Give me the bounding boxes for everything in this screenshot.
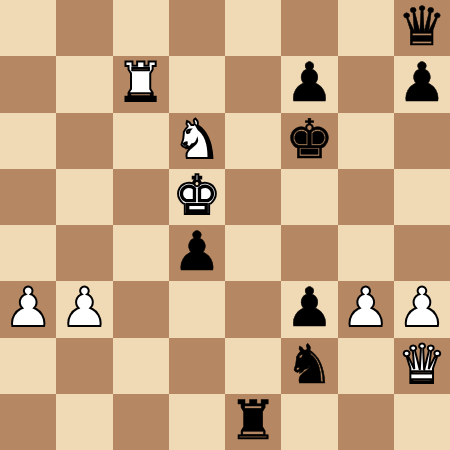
square-f2[interactable]: ♞	[281, 338, 337, 394]
square-g5[interactable]	[338, 169, 394, 225]
white-rook-piece: ♜	[116, 56, 164, 110]
square-c5[interactable]	[113, 169, 169, 225]
black-knight-piece: ♞	[285, 338, 333, 392]
square-e8[interactable]	[225, 0, 281, 56]
square-a1[interactable]	[0, 394, 56, 450]
square-h6[interactable]	[394, 113, 450, 169]
square-h4[interactable]	[394, 225, 450, 281]
square-a4[interactable]	[0, 225, 56, 281]
square-e2[interactable]	[225, 338, 281, 394]
black-pawn-piece: ♟	[398, 56, 446, 110]
black-pawn-piece: ♟	[285, 56, 333, 110]
square-d1[interactable]	[169, 394, 225, 450]
square-a3[interactable]: ♟	[0, 281, 56, 337]
square-c1[interactable]	[113, 394, 169, 450]
square-h8[interactable]: ♛	[394, 0, 450, 56]
square-a6[interactable]	[0, 113, 56, 169]
black-pawn-piece: ♟	[173, 225, 221, 279]
white-pawn-piece: ♟	[398, 281, 446, 335]
square-f6[interactable]: ♚	[281, 113, 337, 169]
square-e5[interactable]	[225, 169, 281, 225]
square-c3[interactable]	[113, 281, 169, 337]
square-b1[interactable]	[56, 394, 112, 450]
square-f4[interactable]	[281, 225, 337, 281]
square-g2[interactable]	[338, 338, 394, 394]
square-a8[interactable]	[0, 0, 56, 56]
square-e3[interactable]	[225, 281, 281, 337]
square-c2[interactable]	[113, 338, 169, 394]
square-b7[interactable]	[56, 56, 112, 112]
square-e7[interactable]	[225, 56, 281, 112]
square-c8[interactable]	[113, 0, 169, 56]
square-d7[interactable]	[169, 56, 225, 112]
square-f8[interactable]	[281, 0, 337, 56]
square-b2[interactable]	[56, 338, 112, 394]
white-pawn-piece: ♟	[341, 281, 389, 335]
square-h1[interactable]	[394, 394, 450, 450]
white-king-piece: ♚	[173, 169, 221, 223]
square-h2[interactable]: ♛	[394, 338, 450, 394]
square-b8[interactable]	[56, 0, 112, 56]
square-d2[interactable]	[169, 338, 225, 394]
white-queen-piece: ♛	[398, 338, 446, 392]
chess-board: ♛♜♟♟♞♚♚♟♟♟♟♟♟♞♛♜	[0, 0, 450, 450]
square-f5[interactable]	[281, 169, 337, 225]
square-h5[interactable]	[394, 169, 450, 225]
square-d4[interactable]: ♟	[169, 225, 225, 281]
square-g4[interactable]	[338, 225, 394, 281]
square-c7[interactable]: ♜	[113, 56, 169, 112]
black-pawn-piece: ♟	[285, 281, 333, 335]
square-e4[interactable]	[225, 225, 281, 281]
square-g7[interactable]	[338, 56, 394, 112]
square-d8[interactable]	[169, 0, 225, 56]
white-knight-piece: ♞	[173, 113, 221, 167]
square-d5[interactable]: ♚	[169, 169, 225, 225]
square-d3[interactable]	[169, 281, 225, 337]
white-pawn-piece: ♟	[60, 281, 108, 335]
square-g1[interactable]	[338, 394, 394, 450]
square-e6[interactable]	[225, 113, 281, 169]
square-b4[interactable]	[56, 225, 112, 281]
square-h3[interactable]: ♟	[394, 281, 450, 337]
square-a7[interactable]	[0, 56, 56, 112]
square-g6[interactable]	[338, 113, 394, 169]
square-c6[interactable]	[113, 113, 169, 169]
black-queen-piece: ♛	[398, 0, 446, 54]
square-d6[interactable]: ♞	[169, 113, 225, 169]
square-h7[interactable]: ♟	[394, 56, 450, 112]
square-g3[interactable]: ♟	[338, 281, 394, 337]
square-f1[interactable]	[281, 394, 337, 450]
square-f7[interactable]: ♟	[281, 56, 337, 112]
square-a2[interactable]	[0, 338, 56, 394]
square-b6[interactable]	[56, 113, 112, 169]
white-pawn-piece: ♟	[4, 281, 52, 335]
square-e1[interactable]: ♜	[225, 394, 281, 450]
black-king-piece: ♚	[285, 113, 333, 167]
square-b3[interactable]: ♟	[56, 281, 112, 337]
black-rook-piece: ♜	[229, 394, 277, 448]
square-f3[interactable]: ♟	[281, 281, 337, 337]
square-g8[interactable]	[338, 0, 394, 56]
square-c4[interactable]	[113, 225, 169, 281]
square-a5[interactable]	[0, 169, 56, 225]
square-b5[interactable]	[56, 169, 112, 225]
